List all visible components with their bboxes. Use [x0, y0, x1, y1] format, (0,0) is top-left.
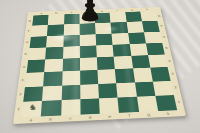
square-c2[interactable]: [61, 84, 80, 99]
square-b4[interactable]: [44, 59, 62, 73]
square-b3[interactable]: [43, 72, 62, 86]
square-b5[interactable]: [45, 47, 63, 60]
square-a2[interactable]: [23, 86, 43, 102]
square-c5[interactable]: [63, 46, 80, 59]
square-g8[interactable]: [125, 11, 142, 22]
square-b2[interactable]: [42, 85, 61, 100]
black-king-piece[interactable]: [80, 0, 100, 22]
file-label: a: [21, 116, 41, 123]
square-a4[interactable]: [27, 59, 46, 73]
square-a8[interactable]: [32, 15, 49, 26]
square-d1[interactable]: [80, 98, 100, 114]
square-e3[interactable]: [97, 69, 116, 83]
square-c1[interactable]: [61, 99, 81, 115]
square-a3[interactable]: [25, 72, 44, 87]
file-label: h: [158, 110, 179, 117]
square-g7[interactable]: [126, 21, 143, 32]
rank-label: 6: [23, 37, 31, 49]
square-f1[interactable]: [118, 97, 139, 113]
board-grid: [21, 11, 177, 117]
square-f3[interactable]: [115, 69, 134, 83]
file-label: c: [60, 115, 80, 122]
file-label: d: [80, 114, 100, 121]
square-e5[interactable]: [96, 45, 114, 58]
square-c3[interactable]: [62, 71, 80, 85]
square-d5[interactable]: [80, 45, 97, 58]
file-label: h: [139, 7, 155, 11]
file-label: e: [100, 113, 120, 120]
square-e6[interactable]: [96, 33, 113, 45]
square-d4[interactable]: [80, 57, 98, 71]
square-g5[interactable]: [129, 43, 148, 56]
square-f2[interactable]: [116, 82, 136, 97]
square-a7[interactable]: [31, 25, 48, 36]
square-c4[interactable]: [62, 58, 80, 72]
square-g6[interactable]: [128, 32, 146, 44]
square-e2[interactable]: [98, 83, 118, 98]
rank-label: 8: [26, 16, 33, 26]
square-f8[interactable]: [110, 12, 127, 23]
file-label: b: [41, 116, 61, 123]
square-f4[interactable]: [114, 56, 133, 69]
square-d2[interactable]: [80, 84, 99, 99]
square-b8[interactable]: [48, 14, 64, 25]
chessboard: abcdefgh abcdefgh 87654321 87654321 ♞: [13, 7, 186, 124]
square-b6[interactable]: [46, 35, 63, 47]
square-f6[interactable]: [112, 33, 130, 45]
rank-label: 7: [25, 26, 33, 37]
square-d7[interactable]: [79, 23, 95, 34]
square-c8[interactable]: [64, 14, 80, 25]
brand-logo-knight-icon: ♞: [24, 101, 42, 115]
file-label: f: [119, 112, 139, 119]
square-e1[interactable]: [99, 97, 119, 113]
square-b7[interactable]: [47, 25, 64, 36]
file-label: a: [33, 11, 49, 15]
square-a5[interactable]: [28, 47, 46, 60]
square-f7[interactable]: [111, 22, 128, 33]
file-label: b: [49, 11, 64, 15]
square-c6[interactable]: [63, 35, 80, 47]
square-d3[interactable]: [80, 70, 98, 84]
square-b1[interactable]: [41, 100, 61, 117]
file-label: g: [124, 8, 140, 12]
photo-scene: abcdefgh abcdefgh 87654321 87654321 ♞: [0, 0, 200, 133]
square-c7[interactable]: [63, 24, 79, 35]
square-a6[interactable]: [30, 36, 48, 48]
file-label: c: [64, 10, 79, 14]
square-e4[interactable]: [97, 57, 115, 70]
square-e7[interactable]: [95, 23, 112, 34]
file-label: g: [139, 111, 159, 118]
square-f5[interactable]: [113, 44, 131, 57]
square-d6[interactable]: [79, 34, 96, 46]
file-label: f: [109, 8, 125, 12]
